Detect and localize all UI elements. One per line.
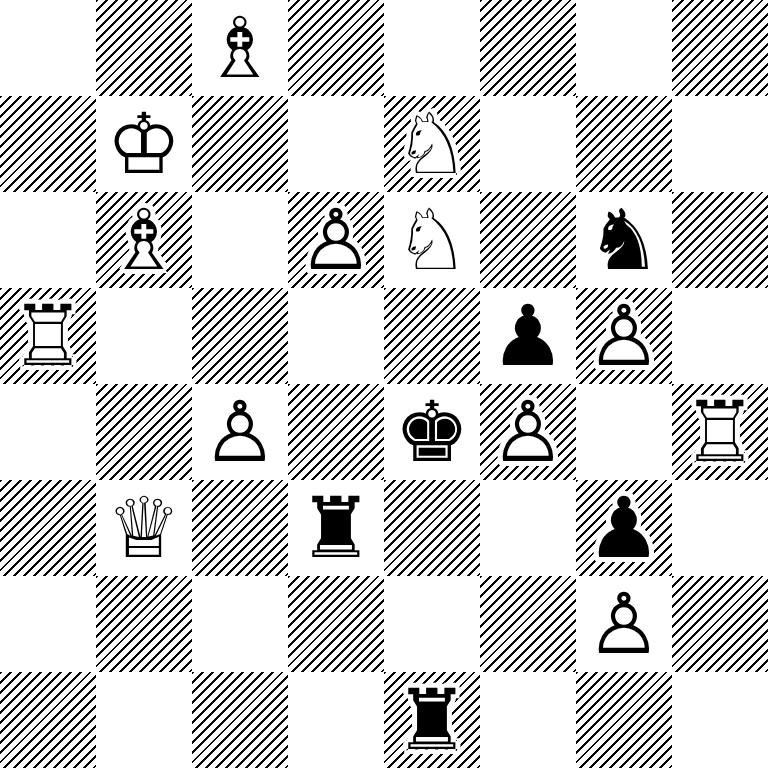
square-f5[interactable]: ♟ <box>480 288 576 384</box>
square-e3[interactable] <box>384 480 480 576</box>
square-a8[interactable] <box>0 0 96 96</box>
square-h5[interactable] <box>672 288 768 384</box>
black-knight-piece: ♞ <box>576 192 672 288</box>
black-rook-piece: ♜ <box>384 672 480 768</box>
white-piece-outline-layer: ♕ <box>96 480 192 576</box>
square-a4[interactable] <box>0 384 96 480</box>
square-c1[interactable] <box>192 672 288 768</box>
square-b1[interactable] <box>96 672 192 768</box>
square-h3[interactable] <box>672 480 768 576</box>
square-g7[interactable] <box>576 96 672 192</box>
square-e6[interactable]: ♞♘ <box>384 192 480 288</box>
square-c7[interactable] <box>192 96 288 192</box>
white-piece-outline-layer: ♖ <box>672 384 768 480</box>
square-f7[interactable] <box>480 96 576 192</box>
black-king-piece: ♚ <box>384 384 480 480</box>
square-g2[interactable]: ♟♙ <box>576 576 672 672</box>
square-d7[interactable] <box>288 96 384 192</box>
white-piece-outline-layer: ♗ <box>192 0 288 96</box>
square-h4[interactable]: ♜♖ <box>672 384 768 480</box>
white-queen-piece: ♛♕ <box>96 480 192 576</box>
white-pawn-piece: ♟♙ <box>288 192 384 288</box>
square-e5[interactable] <box>384 288 480 384</box>
white-pawn-piece: ♟♙ <box>192 384 288 480</box>
white-piece-outline-layer: ♘ <box>384 96 480 192</box>
square-g4[interactable] <box>576 384 672 480</box>
square-f8[interactable] <box>480 0 576 96</box>
square-a2[interactable] <box>0 576 96 672</box>
chess-board: ♝♗♚♔♞♘♝♗♟♙♞♘♞♜♖♟♟♙♟♙♚♟♙♜♖♛♕♜♟♟♙♜ <box>0 0 768 768</box>
white-piece-outline-layer: ♔ <box>96 96 192 192</box>
black-pawn-piece: ♟ <box>480 288 576 384</box>
white-knight-piece: ♞♘ <box>384 192 480 288</box>
square-e8[interactable] <box>384 0 480 96</box>
square-g1[interactable] <box>576 672 672 768</box>
square-b8[interactable] <box>96 0 192 96</box>
square-c5[interactable] <box>192 288 288 384</box>
square-h7[interactable] <box>672 96 768 192</box>
black-piece-solid-layer: ♜ <box>288 480 384 576</box>
square-a1[interactable] <box>0 672 96 768</box>
square-d1[interactable] <box>288 672 384 768</box>
white-bishop-piece: ♝♗ <box>96 192 192 288</box>
white-piece-outline-layer: ♙ <box>480 384 576 480</box>
white-piece-outline-layer: ♖ <box>0 288 96 384</box>
square-c3[interactable] <box>192 480 288 576</box>
white-piece-outline-layer: ♙ <box>192 384 288 480</box>
square-d6[interactable]: ♟♙ <box>288 192 384 288</box>
square-f3[interactable] <box>480 480 576 576</box>
white-piece-outline-layer: ♙ <box>576 576 672 672</box>
square-h2[interactable] <box>672 576 768 672</box>
black-piece-solid-layer: ♜ <box>384 672 480 768</box>
square-f6[interactable] <box>480 192 576 288</box>
square-g8[interactable] <box>576 0 672 96</box>
square-d3[interactable]: ♜ <box>288 480 384 576</box>
square-b5[interactable] <box>96 288 192 384</box>
white-pawn-piece: ♟♙ <box>576 576 672 672</box>
white-pawn-piece: ♟♙ <box>576 288 672 384</box>
black-piece-solid-layer: ♟ <box>576 480 672 576</box>
square-d4[interactable] <box>288 384 384 480</box>
square-f2[interactable] <box>480 576 576 672</box>
square-h1[interactable] <box>672 672 768 768</box>
square-a6[interactable] <box>0 192 96 288</box>
square-d5[interactable] <box>288 288 384 384</box>
square-f1[interactable] <box>480 672 576 768</box>
square-b2[interactable] <box>96 576 192 672</box>
white-piece-outline-layer: ♙ <box>576 288 672 384</box>
square-g5[interactable]: ♟♙ <box>576 288 672 384</box>
square-c2[interactable] <box>192 576 288 672</box>
square-b7[interactable]: ♚♔ <box>96 96 192 192</box>
white-bishop-piece: ♝♗ <box>192 0 288 96</box>
square-g3[interactable]: ♟ <box>576 480 672 576</box>
white-rook-piece: ♜♖ <box>0 288 96 384</box>
square-d8[interactable] <box>288 0 384 96</box>
square-h6[interactable] <box>672 192 768 288</box>
square-g6[interactable]: ♞ <box>576 192 672 288</box>
square-a7[interactable] <box>0 96 96 192</box>
square-e4[interactable]: ♚ <box>384 384 480 480</box>
square-b4[interactable] <box>96 384 192 480</box>
white-pawn-piece: ♟♙ <box>480 384 576 480</box>
black-rook-piece: ♜ <box>288 480 384 576</box>
square-c6[interactable] <box>192 192 288 288</box>
square-b6[interactable]: ♝♗ <box>96 192 192 288</box>
square-e1[interactable]: ♜ <box>384 672 480 768</box>
black-piece-solid-layer: ♚ <box>384 384 480 480</box>
square-c4[interactable]: ♟♙ <box>192 384 288 480</box>
white-piece-outline-layer: ♘ <box>384 192 480 288</box>
white-knight-piece: ♞♘ <box>384 96 480 192</box>
white-piece-outline-layer: ♙ <box>288 192 384 288</box>
square-a5[interactable]: ♜♖ <box>0 288 96 384</box>
square-e2[interactable] <box>384 576 480 672</box>
black-pawn-piece: ♟ <box>576 480 672 576</box>
square-a3[interactable] <box>0 480 96 576</box>
white-piece-outline-layer: ♗ <box>96 192 192 288</box>
white-rook-piece: ♜♖ <box>672 384 768 480</box>
square-h8[interactable] <box>672 0 768 96</box>
black-piece-solid-layer: ♟ <box>480 288 576 384</box>
square-d2[interactable] <box>288 576 384 672</box>
black-piece-solid-layer: ♞ <box>576 192 672 288</box>
square-b3[interactable]: ♛♕ <box>96 480 192 576</box>
square-e7[interactable]: ♞♘ <box>384 96 480 192</box>
square-f4[interactable]: ♟♙ <box>480 384 576 480</box>
white-king-piece: ♚♔ <box>96 96 192 192</box>
square-c8[interactable]: ♝♗ <box>192 0 288 96</box>
